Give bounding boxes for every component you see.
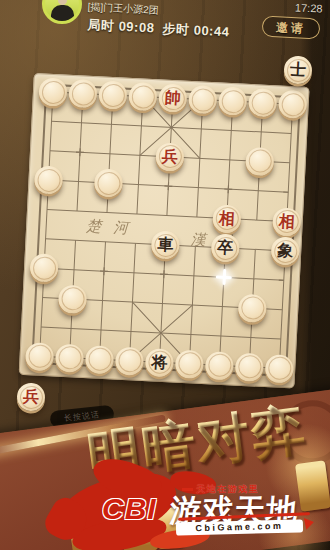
piece-red-相[interactable]: 相 xyxy=(212,204,241,233)
avatar-bust xyxy=(51,5,74,21)
game-time: 09:08 xyxy=(118,19,154,36)
player-name: [揭]门王小源2团 xyxy=(87,0,159,18)
captured-piece-red-pawn: 兵 xyxy=(16,382,45,411)
watermark-cbi-logo: CBI xyxy=(102,492,157,526)
piece-black-象[interactable]: 象 xyxy=(271,236,300,265)
move-time: 00:44 xyxy=(193,23,229,40)
piece-red-帥[interactable]: 帥 xyxy=(158,83,187,112)
pieces-layer: 帥兵相相車卒象将 xyxy=(34,73,310,87)
player-avatar[interactable] xyxy=(42,0,82,24)
hidden-piece[interactable] xyxy=(278,89,307,118)
piece-red-相[interactable]: 相 xyxy=(272,207,301,236)
app-screen: [揭]门王小源2团 局时 09:08 步时 00:44 17:28 邀请 楚河 … xyxy=(0,0,330,550)
piece-black-将[interactable]: 将 xyxy=(145,348,174,377)
timer-row: 局时 09:08 步时 00:44 xyxy=(87,16,230,41)
invite-button[interactable]: 邀请 xyxy=(261,15,320,39)
last-move-marker xyxy=(215,269,232,286)
banner-line2-fragment xyxy=(295,460,330,512)
river-label-left: 楚河 xyxy=(86,217,141,239)
hidden-piece[interactable] xyxy=(265,354,294,383)
piece-black-車[interactable]: 車 xyxy=(151,230,180,259)
xiangqi-board[interactable]: 楚河 漢界 帥兵相相車卒象将 xyxy=(19,73,310,389)
captured-piece-black-advisor: 士 xyxy=(283,55,312,84)
piece-black-卒[interactable]: 卒 xyxy=(211,233,240,262)
piece-red-兵[interactable]: 兵 xyxy=(155,142,184,171)
status-clock: 17:28 xyxy=(295,2,323,15)
